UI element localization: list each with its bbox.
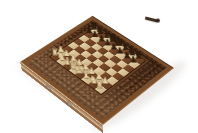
box-lid-top: ♜♞♝♛♚♝♞♜♟♟♟♟♟♟♟♟♟♟♟♟♟♟♟♟♜♞♝♛♚♝♞♜ — [20, 16, 174, 125]
chess-box: ♜♞♝♛♚♝♞♜♟♟♟♟♟♟♟♟♟♟♟♟♟♟♟♟♜♞♝♛♚♝♞♜ — [20, 16, 174, 125]
piece-white-rook[interactable]: ♜ — [92, 80, 108, 91]
hinge-pin — [67, 101, 71, 107]
product-photo: ♜♞♝♛♚♝♞♜♟♟♟♟♟♟♟♟♟♟♟♟♟♟♟♟♜♞♝♛♚♝♞♜ — [0, 0, 198, 133]
hinge-pin — [47, 85, 51, 90]
camera-tilt-wrapper: ♜♞♝♛♚♝♞♜♟♟♟♟♟♟♟♟♟♟♟♟♟♟♟♟♜♞♝♛♚♝♞♜ — [0, 0, 198, 133]
piece-black-pawn[interactable]: ♟ — [125, 56, 140, 65]
perspective-wrapper: ♜♞♝♛♚♝♞♜♟♟♟♟♟♟♟♟♟♟♟♟♟♟♟♟♜♞♝♛♚♝♞♜ — [37, 7, 156, 123]
